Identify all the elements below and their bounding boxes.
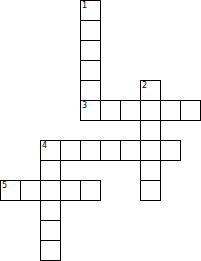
crossword-cell[interactable] (140, 100, 161, 121)
clue-number: 2 (142, 81, 147, 90)
crossword-cell[interactable]: 5 (0, 180, 21, 201)
clue-number: 4 (42, 141, 47, 150)
crossword-cell[interactable] (80, 140, 101, 161)
crossword-cell[interactable] (120, 100, 141, 121)
crossword-cell[interactable] (100, 140, 121, 161)
crossword-cell[interactable] (80, 80, 101, 101)
crossword-cell[interactable]: 1 (80, 0, 101, 21)
crossword-cell[interactable] (140, 180, 161, 201)
crossword-cell[interactable] (40, 180, 61, 201)
crossword-cell[interactable]: 3 (80, 100, 101, 121)
crossword-cell[interactable] (60, 140, 81, 161)
clue-number: 3 (82, 101, 87, 110)
clue-number: 5 (2, 181, 7, 190)
crossword-cell[interactable] (40, 220, 61, 241)
crossword-cell[interactable] (180, 100, 201, 121)
crossword-cell[interactable] (100, 100, 121, 121)
crossword-cell[interactable] (80, 60, 101, 81)
crossword-cell[interactable] (40, 240, 61, 261)
crossword-cell[interactable] (120, 140, 141, 161)
crossword-cell[interactable] (80, 180, 101, 201)
crossword-cell[interactable] (40, 200, 61, 221)
crossword-cell[interactable] (80, 40, 101, 61)
crossword-cell[interactable] (160, 100, 181, 121)
crossword-cell[interactable] (40, 160, 61, 181)
crossword-cell[interactable] (140, 120, 161, 141)
crossword-cell[interactable]: 4 (40, 140, 61, 161)
crossword-cell[interactable] (80, 20, 101, 41)
crossword-cell[interactable] (140, 140, 161, 161)
crossword-cell[interactable] (20, 180, 41, 201)
crossword-cell[interactable] (140, 160, 161, 181)
crossword-cell[interactable]: 2 (140, 80, 161, 101)
clue-number: 1 (82, 1, 87, 10)
crossword-cell[interactable] (60, 180, 81, 201)
crossword-cell[interactable] (160, 140, 181, 161)
crossword-board: 12345 (0, 0, 201, 261)
